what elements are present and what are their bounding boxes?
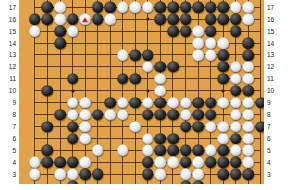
black-stone [192,1,204,13]
row-label-left-12: 12 [0,63,16,70]
black-stone [155,145,167,157]
white-stone [67,25,79,37]
white-stone [192,157,204,169]
row-label-right-15: 15 [267,27,274,34]
row-label-left-16: 16 [0,15,16,22]
white-stone [29,169,41,181]
black-stone [230,85,242,97]
white-stone [230,61,242,73]
white-stone [217,133,229,145]
white-stone [117,145,129,157]
white-stone [54,13,66,25]
black-stone [155,109,167,121]
black-stone [42,1,54,13]
star-point [71,89,74,92]
white-stone [242,61,254,73]
grid-line-vertical [97,0,98,184]
black-stone [217,145,229,157]
white-stone [217,37,229,49]
black-stone [205,13,217,25]
black-stone [130,97,142,109]
white-stone [192,37,204,49]
black-stone [180,13,192,25]
white-stone [142,97,154,109]
black-stone [180,25,192,37]
row-label-left-6: 6 [0,135,16,142]
white-stone [205,49,217,61]
black-stone [217,157,229,169]
black-stone [205,109,217,121]
white-stone [155,85,167,97]
white-stone [79,157,91,169]
black-stone [67,13,79,25]
black-stone [242,85,254,97]
black-stone [192,97,204,109]
row-label-right-6: 6 [267,135,271,142]
white-stone [192,169,204,181]
black-stone [180,145,192,157]
white-stone [155,169,167,181]
white-stone [79,133,91,145]
black-stone [54,37,66,49]
black-stone [155,13,167,25]
black-stone [67,73,79,85]
white-stone [130,121,142,133]
grid-line-vertical [122,0,123,184]
grid-line-vertical [135,0,136,184]
white-stone [230,121,242,133]
row-label-right-10: 10 [267,87,274,94]
row-label-left-4: 4 [0,158,16,165]
white-stone [67,169,79,181]
black-stone [42,121,54,133]
white-stone [242,133,254,145]
white-stone [92,145,104,157]
white-stone [142,61,154,73]
white-stone [155,157,167,169]
black-stone [54,109,66,121]
white-stone [67,109,79,121]
bottom-margin-strip [0,184,304,190]
black-stone [192,145,204,157]
black-stone [142,49,154,61]
white-stone [104,13,116,25]
black-stone [242,49,254,61]
white-stone [155,73,167,85]
black-stone [230,169,242,181]
white-stone [167,97,179,109]
black-stone [242,37,254,49]
white-stone [230,1,242,13]
black-stone [217,169,229,181]
black-stone [155,61,167,73]
row-label-right-11: 11 [267,75,274,82]
white-stone [130,1,142,13]
white-stone [180,169,192,181]
black-stone [67,121,79,133]
white-stone [192,25,204,37]
black-stone [67,157,79,169]
white-stone [29,25,41,37]
black-stone [142,169,154,181]
row-label-right-9: 9 [267,99,271,106]
star-point [146,89,149,92]
black-stone [217,13,229,25]
black-stone [79,169,91,181]
black-stone [42,157,54,169]
black-stone [167,13,179,25]
black-stone [67,133,79,145]
row-label-right-3: 3 [267,170,271,177]
black-stone [155,97,167,109]
black-stone [130,73,142,85]
black-stone [180,1,192,13]
black-stone [155,133,167,145]
row-label-right-5: 5 [267,146,271,153]
row-label-right-14: 14 [267,39,274,46]
row-label-left-3: 3 [0,170,16,177]
star-point [222,89,225,92]
white-stone [230,73,242,85]
black-stone [104,97,116,109]
grid-line-vertical [260,0,261,184]
row-label-right-13: 13 [267,51,274,58]
black-stone [230,133,242,145]
white-stone [29,157,41,169]
row-label-right-16: 16 [267,15,274,22]
black-stone [192,121,204,133]
black-stone [92,109,104,121]
black-stone [92,169,104,181]
black-stone [42,85,54,97]
white-stone [205,145,217,157]
row-label-left-17: 17 [0,3,16,10]
black-stone [54,25,66,37]
black-stone [217,49,229,61]
white-stone [242,157,254,169]
white-stone [242,121,254,133]
row-label-left-8: 8 [0,111,16,118]
white-stone [230,97,242,109]
black-stone [230,157,242,169]
black-stone [255,121,264,133]
white-stone [242,145,254,157]
black-stone [230,25,242,37]
row-label-left-13: 13 [0,51,16,58]
row-label-left-15: 15 [0,27,16,34]
white-stone [230,109,242,121]
black-stone [42,13,54,25]
black-stone [167,1,179,13]
black-stone [217,61,229,73]
white-stone [142,133,154,145]
white-stone [117,97,129,109]
black-stone [205,157,217,169]
black-stone [142,157,154,169]
black-stone [42,145,54,157]
black-stone [217,73,229,85]
white-stone [242,1,254,13]
white-stone [54,169,66,181]
row-label-left-10: 10 [0,87,16,94]
black-stone [142,109,154,121]
black-stone [167,133,179,145]
black-stone [130,49,142,61]
white-stone [67,97,79,109]
black-stone [167,145,179,157]
row-label-right-12: 12 [267,63,274,70]
go-game-screenshot: 1716151413121110987654317161514131211109… [0,0,304,190]
black-stone [217,1,229,13]
white-stone [242,109,254,121]
white-stone [104,109,116,121]
black-stone [180,157,192,169]
go-board[interactable] [19,0,264,184]
black-stone [167,61,179,73]
black-stone [205,1,217,13]
white-stone [79,109,91,121]
white-stone [54,1,66,13]
white-stone [79,97,91,109]
black-stone [255,97,264,109]
white-stone [242,73,254,85]
black-stone [230,13,242,25]
black-stone [104,1,116,13]
row-label-left-14: 14 [0,39,16,46]
black-stone [192,109,204,121]
black-stone [242,169,254,181]
white-stone [117,109,129,121]
row-label-right-8: 8 [267,111,271,118]
grid-line-vertical [110,0,111,184]
white-stone [117,49,129,61]
white-stone [242,97,254,109]
row-label-left-11: 11 [0,75,16,82]
black-stone [167,25,179,37]
white-stone [217,97,229,109]
row-label-right-4: 4 [267,158,271,165]
white-stone [180,97,192,109]
white-stone [180,109,192,121]
black-stone [54,157,66,169]
white-stone [242,13,254,25]
white-stone [205,121,217,133]
black-stone [92,1,104,13]
black-stone [92,13,104,25]
black-stone [155,1,167,13]
white-stone [205,37,217,49]
row-label-right-7: 7 [267,123,271,130]
white-stone [192,49,204,61]
black-stone [29,13,41,25]
black-stone [205,97,217,109]
row-label-left-7: 7 [0,123,16,130]
white-stone [79,121,91,133]
white-stone [230,145,242,157]
black-stone [117,73,129,85]
black-stone [180,121,192,133]
star-point [146,18,149,21]
last-move-triangle-marker [82,17,88,22]
white-stone [117,1,129,13]
black-stone [167,109,179,121]
white-stone [217,121,229,133]
white-stone [142,145,154,157]
black-stone [205,25,217,37]
row-label-left-5: 5 [0,146,16,153]
row-label-left-9: 9 [0,99,16,106]
white-stone [142,1,154,13]
row-label-right-17: 17 [267,3,274,10]
white-stone [167,157,179,169]
